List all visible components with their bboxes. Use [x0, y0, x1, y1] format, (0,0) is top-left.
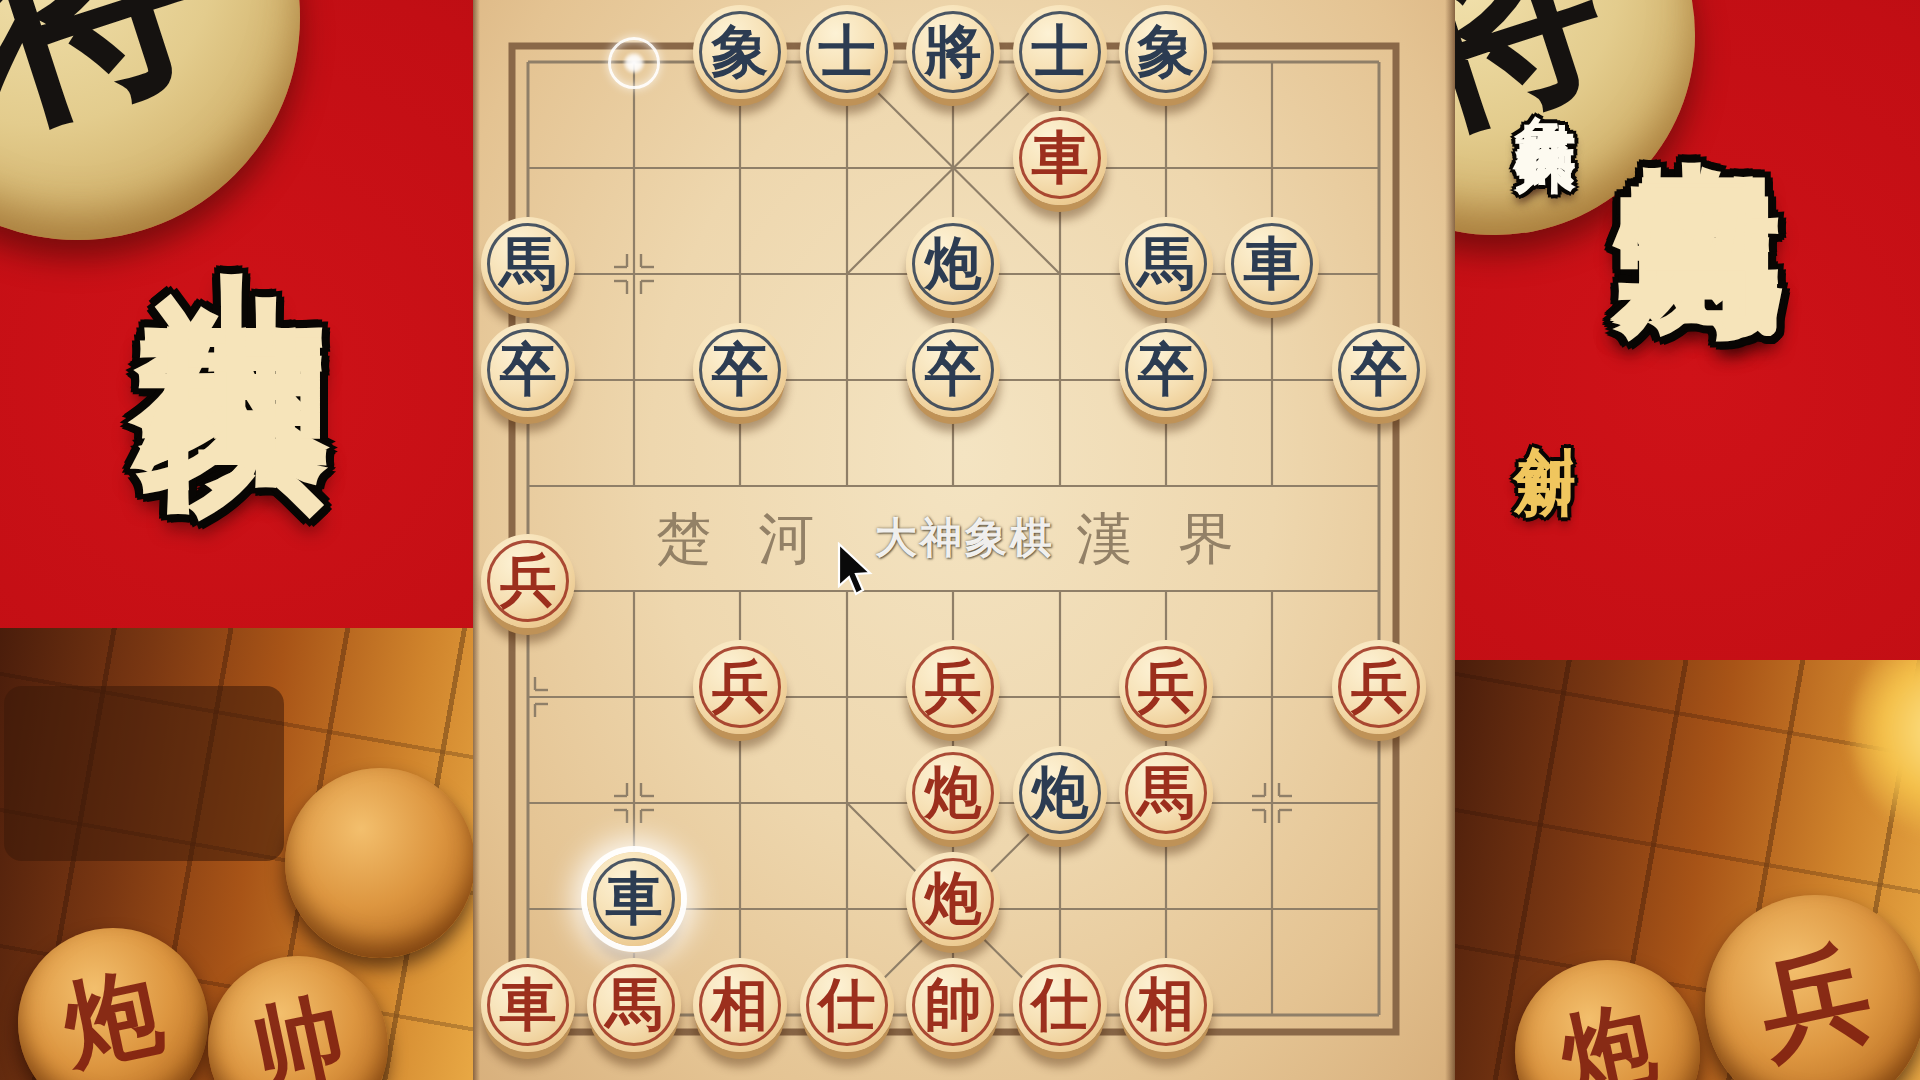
decor-photo-piece-char: 炮: [1550, 980, 1666, 1080]
piece-glyph: 卒: [1119, 323, 1213, 417]
piece-red-兵[interactable]: 兵: [906, 640, 1000, 734]
piece-red-兵[interactable]: 兵: [481, 534, 575, 628]
piece-red-相[interactable]: 相: [1119, 958, 1213, 1052]
piece-glyph: 卒: [1332, 323, 1426, 417]
piece-black-卒[interactable]: 卒: [1332, 323, 1426, 417]
piece-glyph: 士: [1013, 5, 1107, 99]
piece-red-帥[interactable]: 帥: [906, 958, 1000, 1052]
piece-black-馬[interactable]: 馬: [1119, 217, 1213, 311]
piece-red-相[interactable]: 相: [693, 958, 787, 1052]
decor-photo-piece-char: 帅: [240, 973, 356, 1080]
left-headline: 大神象棋: [137, 112, 333, 184]
piece-black-士[interactable]: 士: [800, 5, 894, 99]
piece-glyph: 卒: [481, 323, 575, 417]
piece-glyph: 車: [587, 852, 681, 946]
piece-glyph: 兵: [693, 640, 787, 734]
decor-photo-piece-char: 炮: [53, 947, 174, 1080]
piece-red-炮[interactable]: 炮: [906, 746, 1000, 840]
piece-glyph: 兵: [481, 534, 575, 628]
app-watermark: 大神象棋: [875, 510, 1055, 566]
piece-black-炮[interactable]: 炮: [1013, 746, 1107, 840]
piece-red-兵[interactable]: 兵: [693, 640, 787, 734]
piece-black-卒[interactable]: 卒: [481, 323, 575, 417]
piece-glyph: 炮: [1013, 746, 1107, 840]
piece-red-馬[interactable]: 馬: [587, 958, 681, 1052]
piece-glyph: 象: [693, 5, 787, 99]
piece-red-馬[interactable]: 馬: [1119, 746, 1213, 840]
piece-glyph: 車: [1013, 111, 1107, 205]
piece-black-卒[interactable]: 卒: [693, 323, 787, 417]
piece-glyph: 炮: [906, 852, 1000, 946]
piece-red-車[interactable]: 車: [1013, 111, 1107, 205]
decor-photo-piece-char: 兵: [1746, 918, 1885, 1080]
piece-glyph: 相: [693, 958, 787, 1052]
piece-red-車[interactable]: 車: [481, 958, 575, 1052]
river-label-left: 楚河: [610, 502, 860, 578]
right-panel: 将 兵 炮: [1455, 0, 1920, 1080]
piece-glyph: 仕: [1013, 958, 1107, 1052]
piece-glyph: 相: [1119, 958, 1213, 1052]
piece-black-卒[interactable]: 卒: [1119, 323, 1213, 417]
piece-glyph: 炮: [906, 217, 1000, 311]
left-panel: 将 炮 帅 大神象棋: [0, 0, 473, 1080]
piece-glyph: 兵: [1119, 640, 1213, 734]
piece-glyph: 將: [906, 5, 1000, 99]
decor-board-photo-left: 炮 帅: [0, 628, 473, 1080]
piece-glyph: 象: [1119, 5, 1213, 99]
piece-black-象[interactable]: 象: [693, 5, 787, 99]
piece-black-士[interactable]: 士: [1013, 5, 1107, 99]
piece-red-兵[interactable]: 兵: [1332, 640, 1426, 734]
piece-red-兵[interactable]: 兵: [1119, 640, 1213, 734]
river-label-right: 漢界: [1030, 502, 1280, 578]
piece-glyph: 兵: [1332, 640, 1426, 734]
piece-red-仕[interactable]: 仕: [1013, 958, 1107, 1052]
piece-glyph: 馬: [1119, 217, 1213, 311]
piece-glyph: 馬: [1119, 746, 1213, 840]
piece-glyph: 卒: [906, 323, 1000, 417]
piece-glyph: 卒: [693, 323, 787, 417]
piece-black-象[interactable]: 象: [1119, 5, 1213, 99]
piece-glyph: 馬: [587, 958, 681, 1052]
piece-glyph: 車: [481, 958, 575, 1052]
piece-black-馬[interactable]: 馬: [481, 217, 575, 311]
decor-photo-shadow-block: [4, 686, 284, 861]
piece-glyph: 帥: [906, 958, 1000, 1052]
last-move-origin-ring: [608, 37, 660, 89]
piece-black-車[interactable]: 車: [587, 852, 681, 946]
xiangqi-board[interactable]: 楚河 漢界 大神象棋 象士將士象車馬炮馬車卒卒卒卒卒兵兵兵兵兵炮炮馬車炮車馬相仕…: [473, 0, 1455, 1080]
piece-glyph: 車: [1225, 217, 1319, 311]
piece-red-仕[interactable]: 仕: [800, 958, 894, 1052]
piece-black-卒[interactable]: 卒: [906, 323, 1000, 417]
piece-glyph: 士: [800, 5, 894, 99]
piece-black-車[interactable]: 車: [1225, 217, 1319, 311]
decor-photo-piece: [285, 768, 473, 958]
piece-glyph: 兵: [906, 640, 1000, 734]
piece-glyph: 馬: [481, 217, 575, 311]
piece-glyph: 仕: [800, 958, 894, 1052]
right-subtitle-2: 创新: [1514, 396, 1576, 410]
piece-red-炮[interactable]: 炮: [906, 852, 1000, 946]
decor-board-photo-right: 兵 炮: [1455, 660, 1920, 1080]
piece-black-將[interactable]: 將: [906, 5, 1000, 99]
right-headline: 中炮对屏风马: [1616, 24, 1784, 66]
right-subtitle: 象棋大师: [1514, 66, 1576, 94]
piece-black-炮[interactable]: 炮: [906, 217, 1000, 311]
piece-glyph: 炮: [906, 746, 1000, 840]
screenshot-stage: 将 炮 帅 大神象棋 将 兵 炮: [0, 0, 1920, 1080]
